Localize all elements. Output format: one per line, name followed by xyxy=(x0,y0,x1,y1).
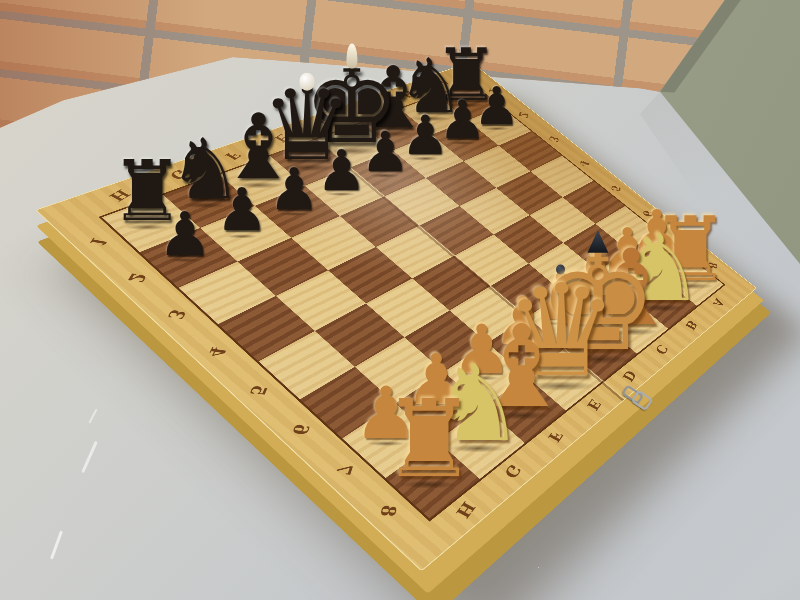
coord-1-lower-left: 1 xyxy=(84,235,113,247)
coord-4-lower-left: 4 xyxy=(203,345,231,358)
coord-8-lower-left: 8 xyxy=(375,504,401,518)
black-pawn-icon: ♟ xyxy=(210,182,275,241)
coord-6-lower-left: 6 xyxy=(287,423,314,436)
photo-scene: 1122334455667788AABBCCDDEEFFGGHH ♜♞♝♚♛♝♞… xyxy=(0,0,800,600)
table-scratch xyxy=(81,441,98,473)
coord-3-lower-left: 3 xyxy=(162,308,190,321)
coord-2-lower-left: 2 xyxy=(123,271,151,283)
coord-H-lower-right: H xyxy=(451,499,479,522)
coord-3-upper-right: 3 xyxy=(546,135,561,143)
piece-white-rook-h8[interactable]: ♜ xyxy=(370,387,488,494)
coord-7-lower-left: 7 xyxy=(331,463,357,476)
white-rook-icon: ♜ xyxy=(370,387,488,494)
coord-G-lower-right: G xyxy=(500,462,525,482)
coord-5-lower-left: 5 xyxy=(245,384,272,397)
table-scratch xyxy=(50,530,63,559)
coord-4-upper-right: 4 xyxy=(577,159,592,168)
table-scratch xyxy=(88,408,97,423)
coord-5-upper-right: 5 xyxy=(608,184,623,193)
piece-black-pawn-h2[interactable]: ♟ xyxy=(152,204,219,264)
piece-black-pawn-g2[interactable]: ♟ xyxy=(210,182,275,241)
black-pawn-icon: ♟ xyxy=(152,204,219,264)
